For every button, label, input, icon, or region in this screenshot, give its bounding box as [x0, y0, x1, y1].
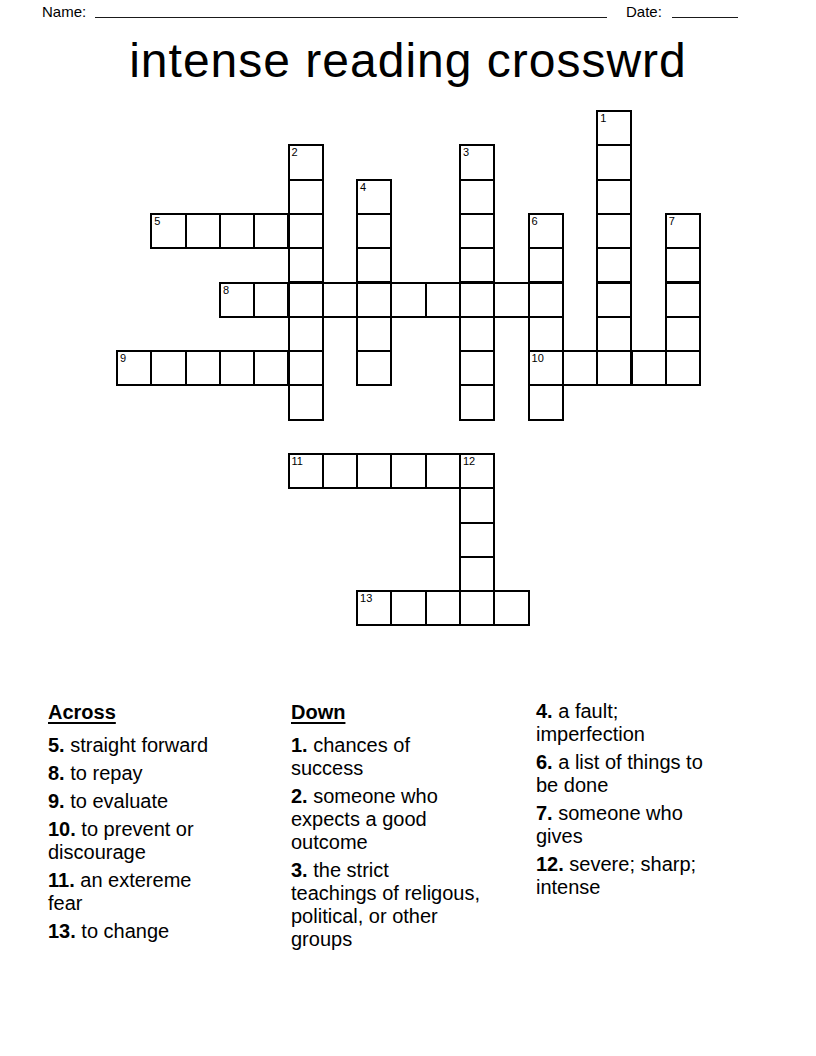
grid-cell-r2c7[interactable]: 4: [356, 179, 392, 215]
clue-3-down: 3. the strictteachings of religous,polit…: [291, 859, 529, 951]
clue-9-across: 9. to evaluate: [48, 790, 283, 813]
cell-number-8: 8: [223, 284, 229, 297]
clue-2-down-line-3: outcome: [291, 831, 529, 854]
grid-cell-r5c16[interactable]: [665, 282, 701, 318]
clue-13-across: 13. to change: [48, 920, 283, 943]
grid-cell-r2c5[interactable]: [288, 179, 324, 215]
grid-cell-r5c12[interactable]: [528, 282, 564, 318]
clue-12-down-line-2: intense: [536, 876, 761, 899]
grid-cell-r8c10[interactable]: [459, 384, 495, 420]
clue-9-across-line-1: 9. to evaluate: [48, 790, 283, 813]
clue-3-down-line-2: teachings of religous,: [291, 882, 529, 905]
cell-number-7: 7: [669, 215, 675, 228]
cell-number-11: 11: [292, 455, 303, 468]
grid-cell-r3c3[interactable]: [219, 213, 255, 249]
grid-cell-r10c6[interactable]: [322, 453, 358, 489]
clue-number-8: 8.: [48, 762, 65, 784]
grid-cell-r8c5[interactable]: [288, 384, 324, 420]
grid-cell-r14c11[interactable]: [493, 590, 529, 626]
clue-number-12: 12.: [536, 853, 564, 875]
clue-3-down-line-4: groups: [291, 928, 529, 951]
cell-number-6: 6: [532, 215, 538, 228]
clue-12-down-line-1: 12. severe; sharp;: [536, 853, 761, 876]
grid-cell-r7c4[interactable]: [253, 350, 289, 386]
grid-cell-r7c5[interactable]: [288, 350, 324, 386]
grid-cell-r10c5[interactable]: 11: [288, 453, 324, 489]
clue-5-across-line-1: 5. straight forward: [48, 734, 283, 757]
grid-cell-r5c4[interactable]: [253, 282, 289, 318]
grid-cell-r10c7[interactable]: [356, 453, 392, 489]
grid-cell-r4c12[interactable]: [528, 247, 564, 283]
clue-number-13: 13.: [48, 920, 76, 942]
date-blank-line[interactable]: [672, 0, 738, 18]
grid-cell-r6c10[interactable]: [459, 316, 495, 352]
grid-cell-r6c16[interactable]: [665, 316, 701, 352]
grid-cell-r7c15[interactable]: [631, 350, 667, 386]
clue-6-down-line-2: be done: [536, 774, 761, 797]
cell-number-3: 3: [463, 146, 469, 159]
grid-cell-r3c7[interactable]: [356, 213, 392, 249]
grid-cell-r13c10[interactable]: [459, 556, 495, 592]
grid-cell-r3c10[interactable]: [459, 213, 495, 249]
cell-number-13: 13: [360, 592, 372, 605]
clue-number-4: 4.: [536, 700, 553, 722]
grid-cell-r11c10[interactable]: [459, 487, 495, 523]
cell-number-9: 9: [120, 352, 126, 365]
grid-cell-r3c2[interactable]: [185, 213, 221, 249]
clue-number-1: 1.: [291, 734, 308, 756]
grid-cell-r3c4[interactable]: [253, 213, 289, 249]
grid-cell-r5c5[interactable]: [288, 282, 324, 318]
clue-3-down-line-1: 3. the strict: [291, 859, 529, 882]
clue-2-down-line-2: expects a good: [291, 808, 529, 831]
cell-number-1: 1: [600, 112, 606, 125]
clue-1-down-line-2: success: [291, 757, 529, 780]
clue-11-across-line-1: 11. an extereme: [48, 869, 283, 892]
grid-cell-r3c12[interactable]: 6: [528, 213, 564, 249]
grid-cell-r14c10[interactable]: [459, 590, 495, 626]
grid-cell-r12c10[interactable]: [459, 522, 495, 558]
grid-cell-r8c12[interactable]: [528, 384, 564, 420]
clue-13-across-line-1: 13. to change: [48, 920, 283, 943]
cell-number-12: 12: [463, 455, 475, 468]
clue-10-across: 10. to prevent ordiscourage: [48, 818, 283, 864]
clue-number-9: 9.: [48, 790, 65, 812]
grid-cell-r3c1[interactable]: 5: [150, 213, 186, 249]
clue-number-3: 3.: [291, 859, 308, 881]
clue-2-down: 2. someone whoexpects a goodoutcome: [291, 785, 529, 854]
grid-cell-r5c6[interactable]: [322, 282, 358, 318]
down-heading: Down: [291, 700, 529, 724]
crossword-grid: 12345678910111213: [116, 110, 704, 629]
across-clues-column: Across 5. straight forward8. to repay9. …: [48, 700, 283, 948]
clue-4-down: 4. a fault;imperfection: [536, 700, 761, 746]
clue-7-down: 7. someone whogives: [536, 802, 761, 848]
cell-number-10: 10: [532, 352, 544, 365]
grid-cell-r7c14[interactable]: [596, 350, 632, 386]
clue-7-down-line-2: gives: [536, 825, 761, 848]
clue-4-down-line-1: 4. a fault;: [536, 700, 761, 723]
down-clues-column-2: 4. a fault;imperfection6. a list of thin…: [536, 700, 761, 904]
clue-number-5: 5.: [48, 734, 65, 756]
grid-cell-r10c9[interactable]: [425, 453, 461, 489]
clue-number-2: 2.: [291, 785, 308, 807]
grid-cell-r4c16[interactable]: [665, 247, 701, 283]
grid-cell-r2c10[interactable]: [459, 179, 495, 215]
grid-cell-r14c7[interactable]: 13: [356, 590, 392, 626]
grid-cell-r2c14[interactable]: [596, 179, 632, 215]
clue-number-7: 7.: [536, 802, 553, 824]
grid-cell-r5c8[interactable]: [390, 282, 426, 318]
grid-cell-r5c14[interactable]: [596, 282, 632, 318]
grid-cell-r4c10[interactable]: [459, 247, 495, 283]
grid-cell-r3c16[interactable]: 7: [665, 213, 701, 249]
clue-3-down-line-3: political, or other: [291, 905, 529, 928]
name-blank-line[interactable]: [95, 0, 607, 18]
clue-1-down-line-1: 1. chances of: [291, 734, 529, 757]
grid-cell-r1c5[interactable]: 2: [288, 144, 324, 180]
clue-10-across-line-2: discourage: [48, 841, 283, 864]
clue-10-across-line-1: 10. to prevent or: [48, 818, 283, 841]
clue-6-down: 6. a list of things tobe done: [536, 751, 761, 797]
grid-cell-r7c10[interactable]: [459, 350, 495, 386]
grid-cell-r7c7[interactable]: [356, 350, 392, 386]
cell-number-2: 2: [292, 146, 298, 159]
worksheet-page: { "game": "crossword", "header": { "name…: [0, 0, 816, 1056]
grid-cell-r7c13[interactable]: [562, 350, 598, 386]
grid-cell-r10c8[interactable]: [390, 453, 426, 489]
cell-number-4: 4: [360, 181, 366, 194]
grid-cell-r0c14[interactable]: 1: [596, 110, 632, 146]
grid-cell-r5c11[interactable]: [493, 282, 529, 318]
date-label: Date:: [626, 3, 662, 20]
clue-8-across: 8. to repay: [48, 762, 283, 785]
grid-cell-r3c14[interactable]: [596, 213, 632, 249]
grid-cell-r14c9[interactable]: [425, 590, 461, 626]
grid-cell-r4c14[interactable]: [596, 247, 632, 283]
grid-cell-r6c7[interactable]: [356, 316, 392, 352]
cell-number-5: 5: [154, 215, 160, 228]
grid-cell-r7c16[interactable]: [665, 350, 701, 386]
clue-2-down-line-1: 2. someone who: [291, 785, 529, 808]
clue-8-across-line-1: 8. to repay: [48, 762, 283, 785]
clue-1-down: 1. chances ofsuccess: [291, 734, 529, 780]
grid-cell-r3c5[interactable]: [288, 213, 324, 249]
grid-cell-r5c7[interactable]: [356, 282, 392, 318]
grid-cell-r7c2[interactable]: [185, 350, 221, 386]
clue-11-across-line-2: fear: [48, 892, 283, 915]
puzzle-title: intense reading crosswrd: [0, 33, 816, 88]
across-heading: Across: [48, 700, 283, 724]
grid-cell-r1c10[interactable]: 3: [459, 144, 495, 180]
clue-6-down-line-1: 6. a list of things to: [536, 751, 761, 774]
clue-number-10: 10.: [48, 818, 76, 840]
grid-cell-r5c9[interactable]: [425, 282, 461, 318]
clue-7-down-line-1: 7. someone who: [536, 802, 761, 825]
grid-cell-r6c12[interactable]: [528, 316, 564, 352]
grid-cell-r5c10[interactable]: [459, 282, 495, 318]
grid-cell-r4c5[interactable]: [288, 247, 324, 283]
grid-cell-r14c8[interactable]: [390, 590, 426, 626]
clue-11-across: 11. an exteremefear: [48, 869, 283, 915]
grid-cell-r7c1[interactable]: [150, 350, 186, 386]
grid-cell-r1c14[interactable]: [596, 144, 632, 180]
grid-cell-r6c5[interactable]: [288, 316, 324, 352]
clue-number-11: 11.: [48, 869, 75, 891]
clue-number-6: 6.: [536, 751, 553, 773]
grid-cell-r7c12[interactable]: 10: [528, 350, 564, 386]
grid-cell-r4c7[interactable]: [356, 247, 392, 283]
grid-cell-r7c0[interactable]: 9: [116, 350, 152, 386]
clue-4-down-line-2: imperfection: [536, 723, 761, 746]
down-clues-column-1: Down 1. chances ofsuccess2. someone whoe…: [291, 700, 529, 956]
grid-cell-r7c3[interactable]: [219, 350, 255, 386]
grid-cell-r10c10[interactable]: 12: [459, 453, 495, 489]
grid-cell-r6c14[interactable]: [596, 316, 632, 352]
name-label: Name:: [42, 3, 86, 20]
grid-cell-r5c3[interactable]: 8: [219, 282, 255, 318]
clue-5-across: 5. straight forward: [48, 734, 283, 757]
clue-12-down: 12. severe; sharp;intense: [536, 853, 761, 899]
